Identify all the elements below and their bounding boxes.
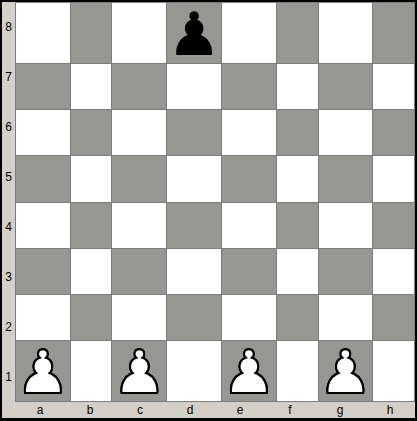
white-pawn[interactable]: ♟ — [16, 342, 70, 402]
white-pawn[interactable]: ♟ — [319, 342, 373, 402]
square-f2[interactable] — [277, 295, 318, 340]
square-f7[interactable] — [277, 64, 318, 109]
square-c4[interactable] — [112, 203, 166, 248]
rank-label-6: 6 — [2, 102, 15, 152]
square-g2[interactable] — [319, 295, 373, 340]
square-f4[interactable] — [277, 203, 318, 248]
file-label-b: b — [65, 402, 115, 418]
square-b1[interactable] — [71, 341, 112, 401]
square-f3[interactable] — [277, 249, 318, 294]
square-d7[interactable] — [167, 64, 221, 109]
square-c2[interactable] — [112, 295, 166, 340]
square-g6[interactable] — [319, 110, 373, 155]
square-h3[interactable] — [373, 249, 414, 294]
square-f5[interactable] — [277, 156, 318, 201]
square-a3[interactable] — [16, 249, 70, 294]
square-h2[interactable] — [373, 295, 414, 340]
square-d2[interactable] — [167, 295, 221, 340]
square-b5[interactable] — [71, 156, 112, 201]
square-b8[interactable] — [71, 3, 112, 63]
square-b2[interactable] — [71, 295, 112, 340]
square-c7[interactable] — [112, 64, 166, 109]
white-pawn[interactable]: ♟ — [112, 342, 166, 402]
square-c5[interactable] — [112, 156, 166, 201]
square-g8[interactable] — [319, 3, 373, 63]
square-g5[interactable] — [319, 156, 373, 201]
square-e7[interactable] — [222, 64, 276, 109]
square-b7[interactable] — [71, 64, 112, 109]
file-label-h: h — [365, 402, 415, 418]
rank-label-8: 8 — [2, 2, 15, 52]
chess-board[interactable]: ♟♟♟♟♟ — [15, 2, 415, 402]
square-g4[interactable] — [319, 203, 373, 248]
square-d3[interactable] — [167, 249, 221, 294]
rank-label-5: 5 — [2, 152, 15, 202]
square-a6[interactable] — [16, 110, 70, 155]
square-g1[interactable]: ♟ — [319, 341, 373, 401]
square-c3[interactable] — [112, 249, 166, 294]
square-h4[interactable] — [373, 203, 414, 248]
rank-labels: 87654321 — [2, 2, 15, 402]
rank-label-4: 4 — [2, 202, 15, 252]
square-h1[interactable] — [373, 341, 414, 401]
square-h8[interactable] — [373, 3, 414, 63]
square-e8[interactable] — [222, 3, 276, 63]
square-b4[interactable] — [71, 203, 112, 248]
square-c6[interactable] — [112, 110, 166, 155]
square-a4[interactable] — [16, 203, 70, 248]
square-g7[interactable] — [319, 64, 373, 109]
square-d5[interactable] — [167, 156, 221, 201]
rank-label-2: 2 — [2, 302, 15, 352]
square-c1[interactable]: ♟ — [112, 341, 166, 401]
square-d4[interactable] — [167, 203, 221, 248]
square-e5[interactable] — [222, 156, 276, 201]
square-e4[interactable] — [222, 203, 276, 248]
rank-label-7: 7 — [2, 52, 15, 102]
square-e3[interactable] — [222, 249, 276, 294]
square-a5[interactable] — [16, 156, 70, 201]
square-h5[interactable] — [373, 156, 414, 201]
square-g3[interactable] — [319, 249, 373, 294]
square-e6[interactable] — [222, 110, 276, 155]
rank-label-1: 1 — [2, 352, 15, 402]
square-a2[interactable] — [16, 295, 70, 340]
square-a1[interactable]: ♟ — [16, 341, 70, 401]
square-c8[interactable] — [112, 3, 166, 63]
square-f1[interactable] — [277, 341, 318, 401]
square-f8[interactable] — [277, 3, 318, 63]
square-d6[interactable] — [167, 110, 221, 155]
square-b3[interactable] — [71, 249, 112, 294]
square-b6[interactable] — [71, 110, 112, 155]
square-f6[interactable] — [277, 110, 318, 155]
square-e2[interactable] — [222, 295, 276, 340]
square-h6[interactable] — [373, 110, 414, 155]
black-pawn[interactable]: ♟ — [167, 4, 221, 64]
square-e1[interactable]: ♟ — [222, 341, 276, 401]
board-frame: 87654321 ♟♟♟♟♟ abcdefgh — [0, 0, 417, 421]
square-a7[interactable] — [16, 64, 70, 109]
square-a8[interactable] — [16, 3, 70, 63]
board-inner: 87654321 ♟♟♟♟♟ abcdefgh — [2, 2, 415, 418]
rank-label-3: 3 — [2, 252, 15, 302]
white-pawn[interactable]: ♟ — [222, 342, 276, 402]
file-label-d: d — [165, 402, 215, 418]
corner-spacer — [2, 402, 15, 418]
square-h7[interactable] — [373, 64, 414, 109]
square-d8[interactable]: ♟ — [167, 3, 221, 63]
square-d1[interactable] — [167, 341, 221, 401]
